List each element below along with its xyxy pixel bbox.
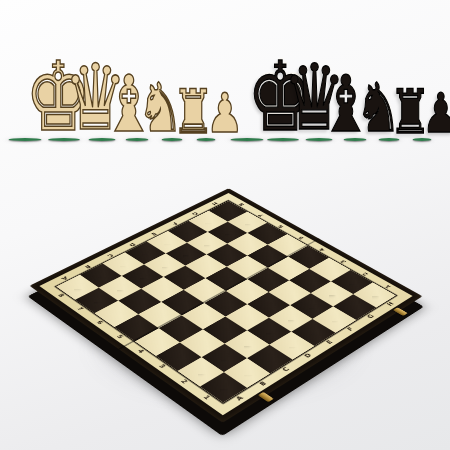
green-felt-base — [197, 138, 216, 141]
page-root: { "game": "chess", "scene": "Product pho… — [0, 0, 450, 450]
square-b5 — [138, 302, 182, 328]
folding-chess-board: 87654321 87654321 HGFEDCBA HGFEDCBA ♜♟♟♜… — [29, 188, 422, 423]
chess-board-grid: ♜♟♟♜♞♟♟♞♝♟♟♝♚♟♟♚♛♟♟♛♝♟♟♝♞♟♟♞♜♟♟♜ — [56, 201, 395, 403]
green-felt-base — [162, 138, 183, 141]
green-felt-base — [89, 138, 116, 141]
green-felt-base — [344, 138, 367, 141]
black-pawn-glyph: ♟ — [106, 257, 128, 293]
green-felt-base — [306, 138, 333, 141]
white-rook-glyph: ♜ — [207, 348, 235, 393]
coordinate-border: 87654321 87654321 HGFEDCBA HGFEDCBA ♜♟♟♜… — [39, 193, 412, 415]
green-felt-base — [126, 138, 149, 141]
board-scene: 87654321 87654321 HGFEDCBA HGFEDCBA ♜♟♟♜… — [87, 152, 365, 430]
green-felt-base — [413, 138, 432, 141]
green-felt-base — [48, 138, 80, 141]
black-pawn-glyph: ♟ — [83, 268, 106, 305]
green-felt-base — [379, 138, 400, 141]
board-tilt: 87654321 87654321 HGFEDCBA HGFEDCBA ♜♟♟♜… — [29, 188, 422, 423]
showcase-rows: ♚♛♝♞♜♟ ♚♛♝♞♜♟ — [0, 28, 450, 146]
